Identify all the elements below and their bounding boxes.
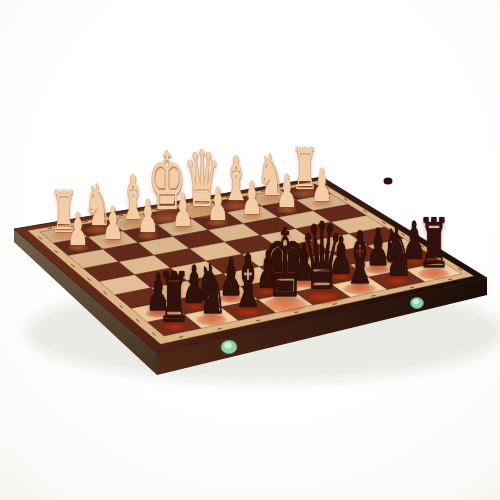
knight-glyph: ♞: [380, 218, 413, 286]
pieces-layer: ♜♞♝♚♛♝♞♜♟♟♟♟♟♟♟♟♟♟♟♟♟♟♟♟♜♞♝♚♛♝♞♜: [0, 0, 500, 500]
pawn-glyph: ♟: [311, 162, 333, 208]
pawn-glyph: ♟: [172, 187, 194, 233]
pawn-glyph: ♟: [67, 206, 89, 252]
piece-white-pawn-h2[interactable]: ♟: [62, 216, 94, 252]
bishop-glyph: ♝: [342, 221, 376, 293]
chess-set-photo: Overhead product photo of a folding wood…: [0, 0, 500, 500]
pawn-glyph: ♟: [102, 200, 124, 246]
rook-glyph: ♜: [158, 263, 191, 331]
piece-white-pawn-g2[interactable]: ♟: [97, 210, 129, 246]
piece-white-pawn-f2[interactable]: ♟: [132, 204, 164, 240]
piece-white-pawn-d2[interactable]: ♟: [201, 191, 233, 227]
pawn-glyph: ♟: [207, 181, 229, 227]
pawn-glyph: ♟: [241, 175, 263, 221]
piece-black-rook-a8[interactable]: ♜: [410, 225, 458, 279]
piece-white-pawn-e2[interactable]: ♟: [167, 197, 199, 233]
rook-glyph: ♜: [417, 210, 450, 278]
pawn-glyph: ♟: [137, 194, 159, 240]
